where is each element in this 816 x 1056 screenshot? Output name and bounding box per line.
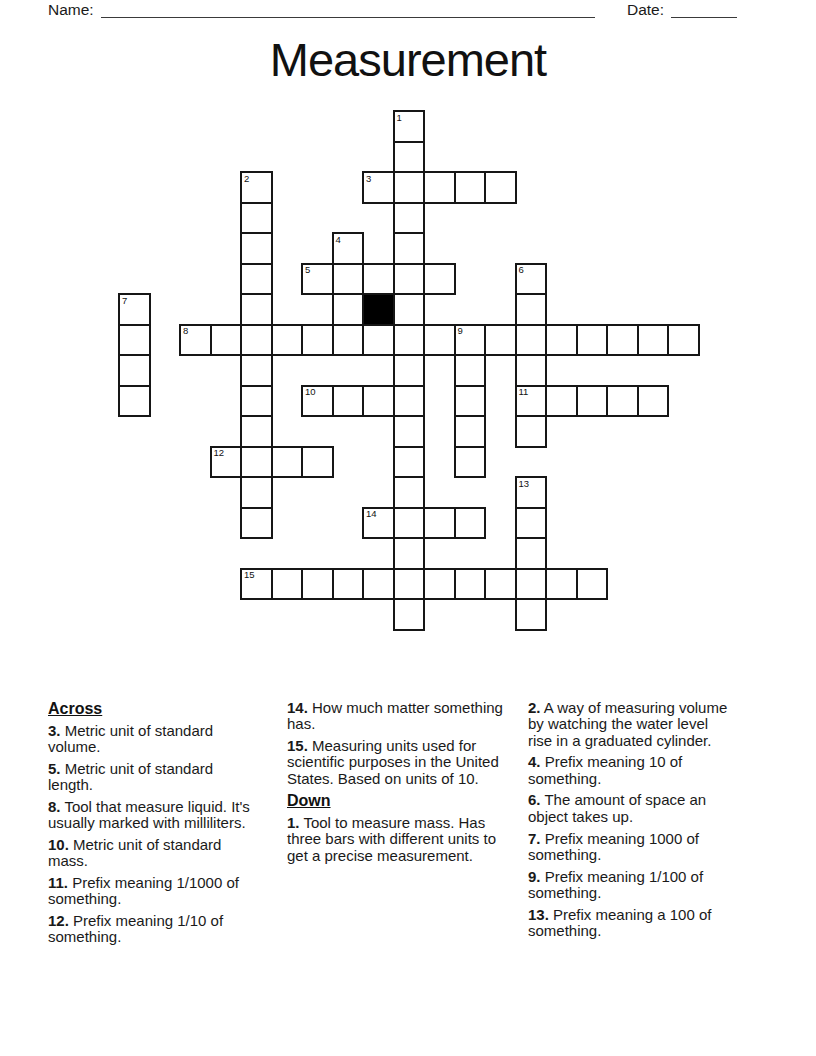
grid-cell[interactable] — [240, 354, 273, 387]
clue-down-2: 2. A way of measuring volume by watching… — [528, 700, 732, 749]
grid-cell[interactable]: 10 — [301, 385, 334, 418]
clue-number-label: 7. — [528, 830, 541, 847]
grid-cell[interactable]: 3 — [362, 171, 395, 204]
clue-number: 11 — [519, 387, 529, 397]
clue-number: 7 — [122, 296, 127, 306]
grid-cell[interactable] — [240, 446, 273, 479]
grid-cell[interactable] — [515, 507, 548, 540]
grid-cell[interactable] — [240, 507, 273, 540]
clue-number-label: 3. — [48, 722, 61, 739]
grid-cell[interactable] — [332, 263, 365, 296]
grid-cell[interactable] — [637, 385, 670, 418]
name-label: Name: — [48, 1, 94, 18]
grid-cell[interactable] — [545, 568, 578, 601]
grid-cell[interactable] — [393, 202, 426, 235]
grid-cell[interactable] — [393, 598, 426, 631]
clue-number: 10 — [305, 387, 316, 397]
clue-number: 9 — [458, 326, 463, 336]
grid-cell[interactable] — [484, 568, 517, 601]
grid-cell[interactable] — [393, 232, 426, 265]
clue-down-13: 13. Prefix meaning a 100 of something. — [528, 907, 732, 940]
clue-number: 12 — [214, 448, 225, 458]
grid-cell[interactable] — [118, 354, 151, 387]
grid-cell[interactable] — [301, 324, 334, 357]
clue-number: 3 — [366, 174, 371, 184]
grid-cell[interactable] — [423, 568, 456, 601]
grid-cell[interactable]: 11 — [515, 385, 548, 418]
grid-cell[interactable]: 6 — [515, 263, 548, 296]
page-title: Measurement — [0, 34, 816, 86]
grid-cell[interactable] — [271, 568, 304, 601]
grid-cell[interactable]: 9 — [454, 324, 487, 357]
grid-cell[interactable] — [240, 324, 273, 357]
grid-cell[interactable] — [454, 507, 487, 540]
grid-cell[interactable] — [393, 385, 426, 418]
grid-cell[interactable] — [454, 385, 487, 418]
grid-cell[interactable]: 12 — [210, 446, 243, 479]
clue-number: 6 — [519, 265, 524, 275]
grid-cell[interactable] — [393, 446, 426, 479]
grid-cell[interactable]: 1 — [393, 110, 426, 143]
clue-number-label: 5. — [48, 760, 61, 777]
clue-number-label: 12. — [48, 912, 69, 929]
grid-cell[interactable] — [332, 293, 365, 326]
grid-cell[interactable] — [240, 293, 273, 326]
grid-cell[interactable] — [515, 598, 548, 631]
grid-cell[interactable] — [271, 446, 304, 479]
grid-cell[interactable] — [515, 324, 548, 357]
clue-column-3: 2. A way of measuring volume by watching… — [528, 700, 732, 945]
grid-cell[interactable]: 2 — [240, 171, 273, 204]
clue-number: 15 — [244, 570, 255, 580]
grid-cell[interactable] — [484, 171, 517, 204]
clue-across-8: 8. Tool that measure liquid. It's usuall… — [48, 799, 262, 832]
clue-number-label: 15. — [287, 737, 308, 754]
grid-cell[interactable] — [210, 324, 243, 357]
grid-cell[interactable] — [393, 324, 426, 357]
grid-cell[interactable] — [362, 324, 395, 357]
clue-number-label: 11. — [48, 874, 68, 891]
grid-cell[interactable] — [576, 385, 609, 418]
clue-across-14: 14. How much matter something has. — [287, 700, 509, 733]
grid-cell[interactable] — [240, 476, 273, 509]
clue-across-5: 5. Metric unit of standard length. — [48, 761, 262, 794]
clue-down-9: 9. Prefix meaning 1/100 of something. — [528, 869, 732, 902]
grid-cell[interactable] — [454, 171, 487, 204]
clue-down-4: 4. Prefix meaning 10 of something. — [528, 754, 732, 787]
grid-cell[interactable] — [393, 293, 426, 326]
grid-cell[interactable] — [393, 263, 426, 296]
clue-number-label: 10. — [48, 836, 69, 853]
grid-cell[interactable]: 15 — [240, 568, 273, 601]
clue-number: 8 — [183, 326, 188, 336]
grid-cell[interactable] — [240, 202, 273, 235]
clue-number-label: 9. — [528, 868, 541, 885]
grid-cell[interactable] — [454, 446, 487, 479]
grid-cell[interactable] — [637, 324, 670, 357]
date-blank-line — [671, 17, 737, 18]
clue-number: 1 — [397, 113, 402, 123]
clue-heading-across: Across — [48, 700, 262, 718]
grid-cell[interactable] — [362, 385, 395, 418]
grid-cell[interactable] — [393, 141, 426, 174]
grid-cell[interactable]: 4 — [332, 232, 365, 265]
grid-cell[interactable] — [332, 324, 365, 357]
clue-number: 14 — [366, 509, 377, 519]
clue-number-label: 4. — [528, 753, 541, 770]
grid-cell[interactable] — [423, 171, 456, 204]
grid-cell[interactable] — [454, 568, 487, 601]
grid-cell[interactable] — [606, 385, 639, 418]
grid-cell[interactable] — [118, 324, 151, 357]
grid-cell[interactable]: 7 — [118, 293, 151, 326]
grid-cell[interactable] — [515, 537, 548, 570]
grid-cell[interactable] — [393, 537, 426, 570]
clue-down-6: 6. The amount of space an object takes u… — [528, 792, 732, 825]
grid-cell[interactable] — [240, 415, 273, 448]
clue-number-label: 6. — [528, 791, 541, 808]
worksheet-page: Name: Date: Measurement 1234567891011121… — [0, 0, 816, 1056]
grid-cell[interactable] — [301, 568, 334, 601]
clue-number: 4 — [336, 235, 341, 245]
clue-number-label: 14. — [287, 699, 308, 716]
clue-across-12: 12. Prefix meaning 1/10 of something. — [48, 913, 262, 946]
grid-cell[interactable] — [545, 324, 578, 357]
grid-cell[interactable] — [393, 568, 426, 601]
clue-across-15: 15. Measuring units used for scientific … — [287, 738, 509, 787]
grid-cell[interactable] — [484, 324, 517, 357]
clue-across-10: 10. Metric unit of standard mass. — [48, 837, 262, 870]
clue-heading-down: Down — [287, 792, 509, 810]
grid-cell[interactable] — [515, 568, 548, 601]
grid-cell[interactable] — [515, 354, 548, 387]
date-label: Date: — [627, 1, 664, 18]
grid-cell[interactable] — [393, 507, 426, 540]
grid-cell[interactable] — [515, 415, 548, 448]
grid-cell[interactable] — [240, 385, 273, 418]
grid-cell[interactable]: 5 — [301, 263, 334, 296]
grid-cell[interactable]: 14 — [362, 507, 395, 540]
clue-number: 2 — [244, 174, 249, 184]
grid-cell[interactable] — [423, 324, 456, 357]
grid-cell[interactable] — [423, 263, 456, 296]
grid-cell[interactable] — [393, 415, 426, 448]
grid-cell[interactable] — [393, 171, 426, 204]
black-cell — [362, 293, 395, 326]
grid-cell[interactable] — [667, 324, 700, 357]
clue-across-11: 11. Prefix meaning 1/1000 of something. — [48, 875, 262, 908]
name-blank-line — [101, 17, 595, 18]
grid-cell[interactable] — [606, 324, 639, 357]
grid-cell[interactable] — [240, 263, 273, 296]
grid-cell[interactable] — [545, 385, 578, 418]
grid-cell[interactable] — [332, 385, 365, 418]
clue-number: 13 — [519, 479, 530, 489]
clue-down-1: 1. Tool to measure mass. Has three bars … — [287, 815, 509, 864]
crossword-grid: 123456789101112131415 — [118, 110, 700, 631]
grid-cell[interactable] — [515, 293, 548, 326]
grid-cell[interactable] — [393, 354, 426, 387]
clue-number-label: 8. — [48, 798, 61, 815]
clue-down-7: 7. Prefix meaning 1000 of something. — [528, 831, 732, 864]
grid-cell[interactable] — [118, 385, 151, 418]
grid-cell[interactable] — [362, 568, 395, 601]
grid-cell[interactable] — [576, 324, 609, 357]
grid-cell[interactable] — [454, 354, 487, 387]
clue-across-3: 3. Metric unit of standard volume. — [48, 723, 262, 756]
clue-number-label: 2. — [528, 699, 541, 716]
grid-cell[interactable]: 13 — [515, 476, 548, 509]
grid-cell[interactable] — [271, 324, 304, 357]
grid-cell[interactable] — [362, 263, 395, 296]
clue-column-1: Across3. Metric unit of standard volume.… — [48, 700, 262, 951]
grid-cell[interactable] — [454, 415, 487, 448]
grid-cell[interactable]: 8 — [179, 324, 212, 357]
clue-number-label: 1. — [287, 814, 300, 831]
clue-number-label: 13. — [528, 906, 549, 923]
grid-cell[interactable] — [423, 507, 456, 540]
clue-number: 5 — [305, 265, 310, 275]
grid-cell[interactable] — [393, 476, 426, 509]
grid-cell[interactable] — [240, 232, 273, 265]
clue-column-2: 14. How much matter something has.15. Me… — [287, 700, 509, 869]
grid-cell[interactable] — [576, 568, 609, 601]
grid-cell[interactable] — [332, 568, 365, 601]
grid-cell[interactable] — [301, 446, 334, 479]
